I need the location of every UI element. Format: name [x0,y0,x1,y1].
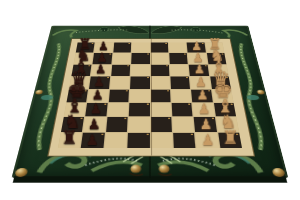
photo-stage: ♜♟♟♜♞♟♟♞♝♟♟♝♛♟♟♛♚♟♟♚♝♟♟♝♞♟♟♞♜♟♟♜ [0,0,300,200]
carved-chess-box: ♜♟♟♜♞♟♟♞♝♟♟♝♛♟♟♛♚♟♟♚♝♟♟♝♞♟♟♞♜♟♟♜ [12,26,289,178]
board-square[interactable] [130,77,149,89]
board-square[interactable] [128,117,149,132]
board-square[interactable]: ♟ [195,133,218,149]
board-square[interactable] [127,133,149,149]
board-square[interactable] [106,117,128,132]
board-square[interactable] [130,89,150,102]
board-square[interactable] [132,42,150,52]
board-square[interactable] [104,133,127,149]
board-square[interactable] [150,65,169,76]
board-square[interactable] [150,42,168,52]
piece-white-rook[interactable]: ♜ [223,129,239,147]
board-square[interactable] [110,77,130,89]
board-square[interactable] [109,89,130,102]
board-square[interactable] [170,77,190,89]
bottom-left-foot-knob [14,168,28,177]
board-square[interactable]: ♜ [58,133,82,149]
bottom-right-foot-knob [272,168,286,177]
hinge-left-foot-knob [130,165,141,173]
board-square[interactable] [151,117,172,132]
board-square[interactable] [131,65,150,76]
piece-black-pawn[interactable]: ♟ [86,133,99,148]
piece-white-pawn[interactable]: ♟ [196,88,208,101]
piece-white-pawn[interactable]: ♟ [198,102,210,116]
piece-black-pawn[interactable]: ♟ [88,117,101,131]
piece-black-pawn[interactable]: ♟ [92,88,104,101]
piece-white-pawn[interactable]: ♟ [195,75,207,88]
board-square[interactable] [150,53,168,64]
board-square[interactable] [151,133,173,149]
board-square[interactable] [113,42,131,52]
board-square[interactable]: ♟ [81,133,104,149]
board-square[interactable] [112,53,131,64]
board-square[interactable]: ♜ [218,133,242,149]
piece-black-pawn[interactable]: ♟ [90,102,102,116]
board-square[interactable] [171,89,192,102]
board-square[interactable]: ♟ [83,117,106,132]
hinge-right-foot-knob [159,165,170,173]
board-square[interactable] [111,65,130,76]
board-square[interactable] [131,53,149,64]
board-square[interactable] [170,65,189,76]
piece-black-pawn[interactable]: ♟ [93,75,105,88]
board-square[interactable] [169,53,188,64]
board-square[interactable] [173,133,196,149]
board-square[interactable] [172,117,194,132]
piece-black-rook[interactable]: ♜ [61,129,77,147]
board-square[interactable] [151,89,171,102]
piece-white-pawn[interactable]: ♟ [199,117,212,131]
board-square[interactable] [150,77,169,89]
board-square[interactable]: ♟ [194,117,217,132]
board-square[interactable] [169,42,187,52]
piece-white-pawn[interactable]: ♟ [201,133,214,148]
